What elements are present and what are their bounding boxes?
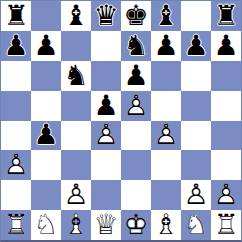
square-e6[interactable]: ♟: [121, 61, 151, 91]
square-f8[interactable]: ♝: [151, 1, 181, 31]
piece-white-pawn[interactable]: ♟♙: [211, 180, 241, 210]
square-c6[interactable]: ♞: [61, 61, 91, 91]
piece-black-pawn[interactable]: ♟: [31, 31, 61, 61]
square-f3[interactable]: [151, 150, 181, 180]
pawn-glyph: ♟: [31, 121, 61, 151]
rook-glyph-outline: ♖: [1, 210, 31, 240]
square-h8[interactable]: ♜: [211, 1, 241, 31]
queen-glyph-outline: ♕: [91, 210, 121, 240]
square-e5[interactable]: ♟♙: [121, 91, 151, 121]
square-e2[interactable]: [121, 180, 151, 210]
pawn-glyph-outline: ♙: [121, 91, 151, 121]
square-a6[interactable]: [1, 61, 31, 91]
square-g8[interactable]: [181, 1, 211, 31]
pawn-glyph: ♟: [181, 31, 211, 61]
piece-white-knight[interactable]: ♞♘: [31, 210, 61, 240]
square-b1[interactable]: ♞♘: [31, 210, 61, 240]
pawn-glyph: ♟: [91, 91, 121, 121]
knight-glyph: ♞: [61, 61, 91, 91]
square-g1[interactable]: ♞♘: [181, 210, 211, 240]
rook-glyph: ♜: [211, 1, 241, 31]
square-e7[interactable]: ♞: [121, 31, 151, 61]
piece-black-knight[interactable]: ♞: [61, 61, 91, 91]
square-h6[interactable]: [211, 61, 241, 91]
piece-white-king[interactable]: ♚♔: [121, 210, 151, 240]
square-d4[interactable]: ♟♙: [91, 121, 121, 151]
square-d5[interactable]: ♟: [91, 91, 121, 121]
pawn-glyph-outline: ♙: [211, 180, 241, 210]
piece-white-knight[interactable]: ♞♘: [181, 210, 211, 240]
square-a7[interactable]: ♟: [1, 31, 31, 61]
square-f5[interactable]: [151, 91, 181, 121]
square-a8[interactable]: ♜: [1, 1, 31, 31]
knight-glyph: ♞: [121, 31, 151, 61]
chess-board: ♜♝♛♚♝♜♟♟♞♟♟♟♞♟♟♟♙♟♟♙♟♙♟♙♟♙♟♙♟♙♜♖♞♘♝♗♛♕♚♔…: [0, 0, 242, 242]
square-b4[interactable]: ♟: [31, 121, 61, 151]
square-c7[interactable]: [61, 31, 91, 61]
pawn-glyph-outline: ♙: [91, 121, 121, 151]
square-a1[interactable]: ♜♖: [1, 210, 31, 240]
square-d2[interactable]: [91, 180, 121, 210]
piece-white-pawn[interactable]: ♟♙: [181, 180, 211, 210]
piece-white-queen[interactable]: ♛♕: [91, 210, 121, 240]
piece-white-rook[interactable]: ♜♖: [211, 210, 241, 240]
rook-glyph-outline: ♖: [211, 210, 241, 240]
pawn-glyph: ♟: [151, 31, 181, 61]
pawn-glyph-outline: ♙: [1, 150, 31, 180]
square-c4[interactable]: [61, 121, 91, 151]
square-d1[interactable]: ♛♕: [91, 210, 121, 240]
square-d3[interactable]: [91, 150, 121, 180]
square-a2[interactable]: [1, 180, 31, 210]
square-f4[interactable]: ♟♙: [151, 121, 181, 151]
piece-black-knight[interactable]: ♞: [121, 31, 151, 61]
pawn-glyph: ♟: [121, 61, 151, 91]
square-f1[interactable]: ♝♗: [151, 210, 181, 240]
piece-black-pawn[interactable]: ♟: [91, 91, 121, 121]
bishop-glyph-outline: ♗: [61, 210, 91, 240]
square-b3[interactable]: [31, 150, 61, 180]
square-c2[interactable]: ♟♙: [61, 180, 91, 210]
piece-white-pawn[interactable]: ♟♙: [61, 180, 91, 210]
square-f7[interactable]: ♟: [151, 31, 181, 61]
square-e4[interactable]: [121, 121, 151, 151]
piece-black-pawn[interactable]: ♟: [151, 31, 181, 61]
square-c5[interactable]: [61, 91, 91, 121]
pawn-glyph-outline: ♙: [181, 180, 211, 210]
square-a3[interactable]: ♟♙: [1, 150, 31, 180]
square-h7[interactable]: ♟: [211, 31, 241, 61]
square-b8[interactable]: [31, 1, 61, 31]
rook-glyph: ♜: [1, 1, 31, 31]
piece-black-bishop[interactable]: ♝: [61, 1, 91, 31]
square-h2[interactable]: ♟♙: [211, 180, 241, 210]
square-b2[interactable]: [31, 180, 61, 210]
piece-black-queen[interactable]: ♛: [91, 1, 121, 31]
pawn-glyph: ♟: [31, 31, 61, 61]
bishop-glyph: ♝: [151, 1, 181, 31]
square-g4[interactable]: [181, 121, 211, 151]
square-e1[interactable]: ♚♔: [121, 210, 151, 240]
piece-black-pawn[interactable]: ♟: [31, 121, 61, 151]
square-e8[interactable]: ♚: [121, 1, 151, 31]
piece-black-bishop[interactable]: ♝: [151, 1, 181, 31]
knight-glyph-outline: ♘: [31, 210, 61, 240]
bishop-glyph-outline: ♗: [151, 210, 181, 240]
chess-diagram: ♜♝♛♚♝♜♟♟♞♟♟♟♞♟♟♟♙♟♟♙♟♙♟♙♟♙♟♙♟♙♜♖♞♘♝♗♛♕♚♔…: [0, 0, 242, 242]
piece-black-rook[interactable]: ♜: [211, 1, 241, 31]
square-h1[interactable]: ♜♖: [211, 210, 241, 240]
square-c1[interactable]: ♝♗: [61, 210, 91, 240]
piece-white-bishop[interactable]: ♝♗: [151, 210, 181, 240]
square-f6[interactable]: [151, 61, 181, 91]
piece-white-bishop[interactable]: ♝♗: [61, 210, 91, 240]
square-c8[interactable]: ♝: [61, 1, 91, 31]
square-d8[interactable]: ♛: [91, 1, 121, 31]
square-d6[interactable]: [91, 61, 121, 91]
square-h5[interactable]: [211, 91, 241, 121]
piece-white-pawn[interactable]: ♟♙: [151, 121, 181, 151]
square-b5[interactable]: [31, 91, 61, 121]
piece-white-rook[interactable]: ♜♖: [1, 210, 31, 240]
piece-black-rook[interactable]: ♜: [1, 1, 31, 31]
piece-black-pawn[interactable]: ♟: [211, 31, 241, 61]
queen-glyph: ♛: [91, 1, 121, 31]
square-f2[interactable]: [151, 180, 181, 210]
pawn-glyph-outline: ♙: [151, 121, 181, 151]
pawn-glyph: ♟: [1, 31, 31, 61]
square-e3[interactable]: [121, 150, 151, 180]
piece-white-pawn[interactable]: ♟♙: [1, 150, 31, 180]
bishop-glyph: ♝: [61, 1, 91, 31]
pawn-glyph-outline: ♙: [61, 180, 91, 210]
square-g3[interactable]: [181, 150, 211, 180]
square-d7[interactable]: [91, 31, 121, 61]
square-c3[interactable]: [61, 150, 91, 180]
square-h3[interactable]: [211, 150, 241, 180]
piece-white-pawn[interactable]: ♟♙: [121, 91, 151, 121]
square-g2[interactable]: ♟♙: [181, 180, 211, 210]
square-g5[interactable]: [181, 91, 211, 121]
square-b6[interactable]: [31, 61, 61, 91]
piece-black-pawn[interactable]: ♟: [121, 61, 151, 91]
square-g6[interactable]: [181, 61, 211, 91]
piece-black-king[interactable]: ♚: [121, 1, 151, 31]
square-g7[interactable]: ♟: [181, 31, 211, 61]
piece-black-pawn[interactable]: ♟: [1, 31, 31, 61]
square-b7[interactable]: ♟: [31, 31, 61, 61]
square-a4[interactable]: [1, 121, 31, 151]
pawn-glyph: ♟: [211, 31, 241, 61]
square-a5[interactable]: [1, 91, 31, 121]
piece-black-pawn[interactable]: ♟: [181, 31, 211, 61]
square-h4[interactable]: [211, 121, 241, 151]
king-glyph: ♚: [121, 1, 151, 31]
knight-glyph-outline: ♘: [181, 210, 211, 240]
king-glyph-outline: ♔: [121, 210, 151, 240]
piece-white-pawn[interactable]: ♟♙: [91, 121, 121, 151]
